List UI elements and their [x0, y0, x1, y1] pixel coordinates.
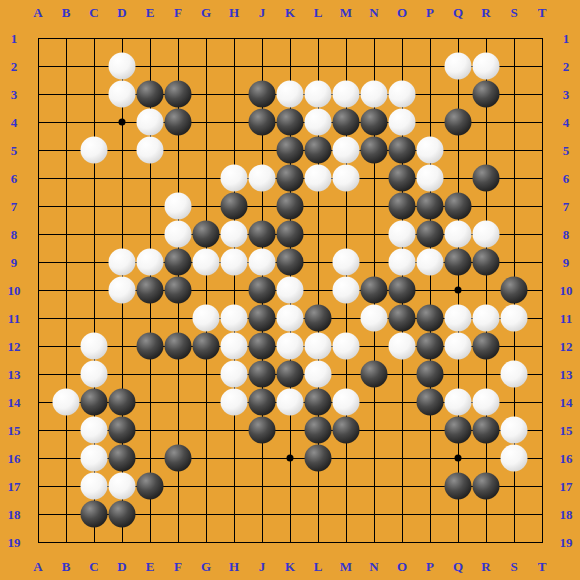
row-label-left: 15: [8, 424, 21, 437]
stone-black[interactable]: [165, 109, 192, 136]
stone-black[interactable]: [417, 193, 444, 220]
stone-white[interactable]: [473, 305, 500, 332]
star-point: [455, 455, 462, 462]
stone-white[interactable]: [165, 193, 192, 220]
row-label-right: 19: [560, 536, 573, 549]
row-label-right: 16: [560, 452, 573, 465]
stone-black[interactable]: [165, 277, 192, 304]
stone-black[interactable]: [417, 389, 444, 416]
row-label-left: 9: [11, 256, 18, 269]
stone-black[interactable]: [277, 361, 304, 388]
col-label-top: M: [340, 6, 352, 19]
row-label-left: 17: [8, 480, 21, 493]
stone-white[interactable]: [305, 333, 332, 360]
stone-black[interactable]: [389, 305, 416, 332]
stone-black[interactable]: [193, 221, 220, 248]
stone-black[interactable]: [305, 389, 332, 416]
stone-white[interactable]: [277, 333, 304, 360]
stone-white[interactable]: [389, 81, 416, 108]
col-label-bottom: T: [538, 560, 547, 573]
row-label-right: 18: [560, 508, 573, 521]
stone-white[interactable]: [81, 137, 108, 164]
stone-white[interactable]: [361, 81, 388, 108]
stone-white[interactable]: [333, 81, 360, 108]
stone-white[interactable]: [277, 81, 304, 108]
col-label-top: S: [510, 6, 517, 19]
row-label-right: 13: [560, 368, 573, 381]
row-label-right: 12: [560, 340, 573, 353]
stone-white[interactable]: [221, 165, 248, 192]
stone-white[interactable]: [109, 249, 136, 276]
stone-black[interactable]: [417, 361, 444, 388]
stone-black[interactable]: [249, 333, 276, 360]
stone-white[interactable]: [501, 361, 528, 388]
stone-black[interactable]: [417, 305, 444, 332]
stone-black[interactable]: [305, 305, 332, 332]
col-label-bottom: M: [340, 560, 352, 573]
col-label-bottom: O: [397, 560, 407, 573]
row-label-left: 10: [8, 284, 21, 297]
stone-white[interactable]: [249, 165, 276, 192]
stone-black[interactable]: [445, 473, 472, 500]
stone-white[interactable]: [333, 333, 360, 360]
stone-white[interactable]: [137, 249, 164, 276]
row-label-right: 14: [560, 396, 573, 409]
row-label-left: 18: [8, 508, 21, 521]
stone-black[interactable]: [361, 361, 388, 388]
col-label-bottom: B: [62, 560, 71, 573]
row-label-left: 3: [11, 88, 18, 101]
stone-white[interactable]: [389, 109, 416, 136]
stone-black[interactable]: [445, 249, 472, 276]
row-label-right: 4: [563, 116, 570, 129]
stone-white[interactable]: [417, 137, 444, 164]
stone-black[interactable]: [305, 445, 332, 472]
row-label-right: 17: [560, 480, 573, 493]
stone-black[interactable]: [305, 137, 332, 164]
col-label-top: H: [229, 6, 239, 19]
stone-white[interactable]: [277, 277, 304, 304]
stone-white[interactable]: [445, 221, 472, 248]
stone-white[interactable]: [249, 249, 276, 276]
stone-black[interactable]: [417, 221, 444, 248]
stone-black[interactable]: [389, 193, 416, 220]
col-label-top: T: [538, 6, 547, 19]
stone-white[interactable]: [305, 165, 332, 192]
row-label-left: 8: [11, 228, 18, 241]
stone-white[interactable]: [389, 221, 416, 248]
stone-black[interactable]: [473, 249, 500, 276]
col-label-top: G: [201, 6, 211, 19]
stone-black[interactable]: [473, 165, 500, 192]
stone-black[interactable]: [249, 221, 276, 248]
col-label-top: N: [369, 6, 378, 19]
stone-black[interactable]: [165, 81, 192, 108]
stone-black[interactable]: [361, 109, 388, 136]
stone-white[interactable]: [473, 53, 500, 80]
col-label-top: Q: [453, 6, 463, 19]
stone-black[interactable]: [249, 361, 276, 388]
stone-white[interactable]: [81, 361, 108, 388]
row-label-left: 6: [11, 172, 18, 185]
grid-line-vertical: [430, 38, 431, 543]
stone-black[interactable]: [473, 473, 500, 500]
star-point: [455, 287, 462, 294]
row-label-right: 8: [563, 228, 570, 241]
stone-black[interactable]: [417, 333, 444, 360]
stone-black[interactable]: [473, 81, 500, 108]
col-label-bottom: R: [481, 560, 490, 573]
row-label-left: 4: [11, 116, 18, 129]
stone-white[interactable]: [109, 81, 136, 108]
stone-black[interactable]: [277, 193, 304, 220]
stone-black[interactable]: [81, 501, 108, 528]
col-label-top: D: [117, 6, 126, 19]
stone-white[interactable]: [109, 277, 136, 304]
stone-white[interactable]: [389, 249, 416, 276]
row-label-left: 12: [8, 340, 21, 353]
star-point: [119, 119, 126, 126]
row-label-right: 3: [563, 88, 570, 101]
stone-white[interactable]: [109, 473, 136, 500]
stone-white[interactable]: [305, 81, 332, 108]
col-label-top: E: [146, 6, 155, 19]
row-label-right: 5: [563, 144, 570, 157]
stone-black[interactable]: [221, 193, 248, 220]
col-label-bottom: C: [89, 560, 98, 573]
grid-line-vertical: [542, 38, 543, 543]
col-label-bottom: G: [201, 560, 211, 573]
stone-white[interactable]: [81, 333, 108, 360]
star-point: [287, 455, 294, 462]
stone-black[interactable]: [389, 277, 416, 304]
stone-black[interactable]: [333, 417, 360, 444]
stone-black[interactable]: [445, 417, 472, 444]
row-label-left: 11: [8, 312, 20, 325]
stone-white[interactable]: [137, 137, 164, 164]
stone-white[interactable]: [333, 389, 360, 416]
stone-white[interactable]: [445, 53, 472, 80]
stone-black[interactable]: [389, 137, 416, 164]
stone-black[interactable]: [249, 389, 276, 416]
stone-white[interactable]: [221, 333, 248, 360]
col-label-bottom: S: [510, 560, 517, 573]
col-label-bottom: Q: [453, 560, 463, 573]
row-label-left: 5: [11, 144, 18, 157]
stone-white[interactable]: [81, 445, 108, 472]
stone-black[interactable]: [249, 109, 276, 136]
stone-white[interactable]: [333, 277, 360, 304]
stone-black[interactable]: [137, 81, 164, 108]
stone-black[interactable]: [137, 333, 164, 360]
stone-black[interactable]: [137, 277, 164, 304]
stone-black[interactable]: [249, 81, 276, 108]
stone-black[interactable]: [277, 221, 304, 248]
stone-black[interactable]: [81, 389, 108, 416]
stone-black[interactable]: [165, 333, 192, 360]
stone-white[interactable]: [109, 53, 136, 80]
stone-black[interactable]: [305, 417, 332, 444]
row-label-right: 7: [563, 200, 570, 213]
row-label-right: 15: [560, 424, 573, 437]
col-label-bottom: N: [369, 560, 378, 573]
row-label-right: 6: [563, 172, 570, 185]
stone-white[interactable]: [501, 305, 528, 332]
stone-white[interactable]: [361, 305, 388, 332]
stone-white[interactable]: [193, 249, 220, 276]
row-label-left: 19: [8, 536, 21, 549]
stone-black[interactable]: [445, 193, 472, 220]
col-label-top: F: [174, 6, 182, 19]
col-label-bottom: J: [259, 560, 266, 573]
stone-white[interactable]: [333, 137, 360, 164]
row-label-left: 13: [8, 368, 21, 381]
stone-white[interactable]: [417, 165, 444, 192]
stone-white[interactable]: [389, 333, 416, 360]
stone-black[interactable]: [333, 109, 360, 136]
stone-white[interactable]: [305, 361, 332, 388]
stone-white[interactable]: [81, 417, 108, 444]
stone-black[interactable]: [277, 137, 304, 164]
stone-white[interactable]: [501, 417, 528, 444]
stone-black[interactable]: [361, 277, 388, 304]
col-label-bottom: L: [314, 560, 323, 573]
stone-black[interactable]: [473, 333, 500, 360]
stone-black[interactable]: [109, 501, 136, 528]
row-label-left: 16: [8, 452, 21, 465]
stone-white[interactable]: [445, 389, 472, 416]
stone-white[interactable]: [445, 333, 472, 360]
stone-white[interactable]: [473, 221, 500, 248]
stone-black[interactable]: [277, 165, 304, 192]
stone-black[interactable]: [249, 305, 276, 332]
stone-white[interactable]: [221, 389, 248, 416]
col-label-top: C: [89, 6, 98, 19]
stone-black[interactable]: [109, 389, 136, 416]
go-board[interactable]: AA11BB22CC33DD44EE55FF66GG77HH88JJ99KK10…: [0, 0, 580, 580]
row-label-right: 9: [563, 256, 570, 269]
grid-line-vertical: [486, 38, 487, 543]
stone-black[interactable]: [277, 249, 304, 276]
row-label-right: 1: [563, 32, 570, 45]
stone-white[interactable]: [277, 389, 304, 416]
stone-black[interactable]: [249, 417, 276, 444]
stone-black[interactable]: [109, 417, 136, 444]
row-label-right: 11: [560, 312, 572, 325]
stone-black[interactable]: [249, 277, 276, 304]
col-label-top: K: [285, 6, 295, 19]
col-label-top: J: [259, 6, 266, 19]
stone-white[interactable]: [333, 249, 360, 276]
stone-black[interactable]: [165, 445, 192, 472]
col-label-top: R: [481, 6, 490, 19]
row-label-left: 2: [11, 60, 18, 73]
stone-white[interactable]: [221, 305, 248, 332]
col-label-bottom: P: [426, 560, 434, 573]
stone-white[interactable]: [193, 305, 220, 332]
stone-white[interactable]: [277, 305, 304, 332]
col-label-bottom: H: [229, 560, 239, 573]
row-label-right: 2: [563, 60, 570, 73]
row-label-left: 14: [8, 396, 21, 409]
col-label-top: B: [62, 6, 71, 19]
grid-line-horizontal: [38, 542, 543, 543]
stone-white[interactable]: [137, 109, 164, 136]
col-label-bottom: K: [285, 560, 295, 573]
stone-black[interactable]: [445, 109, 472, 136]
stone-black[interactable]: [277, 109, 304, 136]
stone-white[interactable]: [221, 249, 248, 276]
stone-white[interactable]: [501, 445, 528, 472]
stone-white[interactable]: [333, 165, 360, 192]
stone-black[interactable]: [193, 333, 220, 360]
stone-white[interactable]: [221, 221, 248, 248]
stone-black[interactable]: [165, 249, 192, 276]
col-label-bottom: F: [174, 560, 182, 573]
stone-white[interactable]: [473, 389, 500, 416]
col-label-bottom: D: [117, 560, 126, 573]
row-label-right: 10: [560, 284, 573, 297]
stone-black[interactable]: [361, 137, 388, 164]
stone-black[interactable]: [389, 165, 416, 192]
stone-white[interactable]: [445, 305, 472, 332]
row-label-left: 7: [11, 200, 18, 213]
col-label-top: O: [397, 6, 407, 19]
stone-black[interactable]: [501, 277, 528, 304]
col-label-bottom: E: [146, 560, 155, 573]
stone-white[interactable]: [417, 249, 444, 276]
stone-white[interactable]: [53, 389, 80, 416]
stone-white[interactable]: [305, 109, 332, 136]
col-label-bottom: A: [33, 560, 42, 573]
row-label-left: 1: [11, 32, 18, 45]
stone-black[interactable]: [109, 445, 136, 472]
stone-black[interactable]: [137, 473, 164, 500]
col-label-top: L: [314, 6, 323, 19]
stone-white[interactable]: [221, 361, 248, 388]
col-label-top: P: [426, 6, 434, 19]
stone-white[interactable]: [165, 221, 192, 248]
stone-black[interactable]: [473, 417, 500, 444]
stone-white[interactable]: [81, 473, 108, 500]
col-label-top: A: [33, 6, 42, 19]
